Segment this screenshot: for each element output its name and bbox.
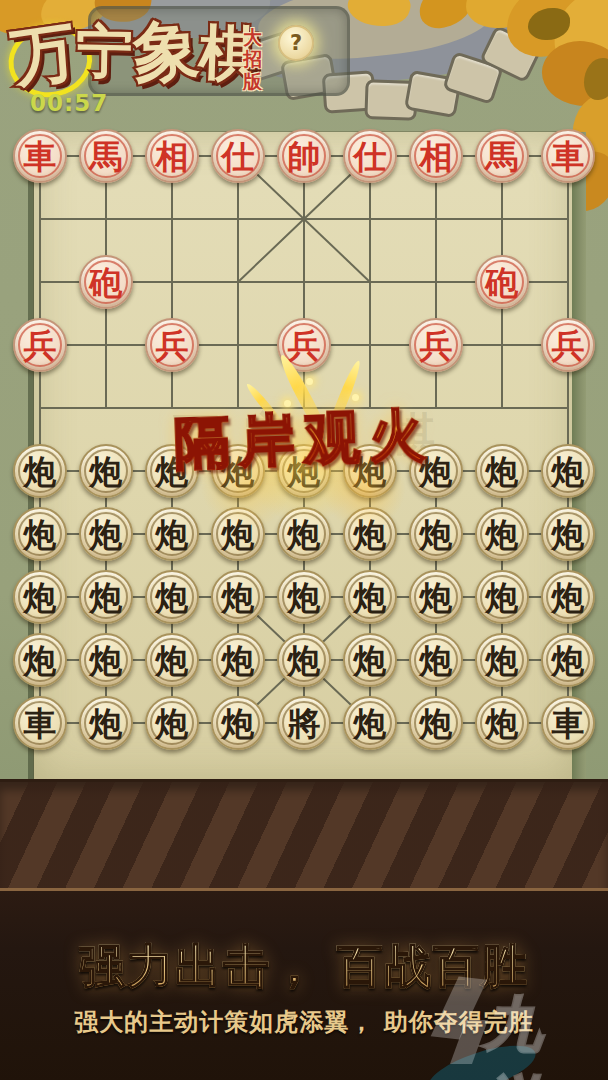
piece-black[interactable]: 炮 bbox=[277, 507, 331, 561]
piece-glyph: 相 bbox=[156, 140, 189, 173]
piece-black[interactable]: 炮 bbox=[541, 633, 595, 687]
piece-glyph: 炮 bbox=[486, 518, 519, 551]
piece-glyph: 炮 bbox=[222, 518, 255, 551]
piece-black[interactable]: 車 bbox=[13, 696, 67, 750]
piece-glyph: 將 bbox=[288, 707, 321, 740]
piece-glyph: 炮 bbox=[288, 644, 321, 677]
piece-glyph: 馬 bbox=[90, 140, 123, 173]
piece-glyph: 炮 bbox=[288, 518, 321, 551]
piece-glyph: 炮 bbox=[420, 644, 453, 677]
piece-glyph: 兵 bbox=[420, 329, 453, 362]
edition-label: 大 招 版 bbox=[243, 27, 262, 92]
piece-black[interactable]: 炮 bbox=[343, 696, 397, 750]
piece-black[interactable]: 炮 bbox=[211, 633, 265, 687]
piece-black[interactable]: 炮 bbox=[277, 570, 331, 624]
piece-black[interactable]: 炮 bbox=[211, 696, 265, 750]
piece-glyph: 砲 bbox=[90, 266, 123, 299]
piece-glyph: 炮 bbox=[486, 581, 519, 614]
piece-black[interactable]: 炮 bbox=[145, 633, 199, 687]
piece-glyph: 車 bbox=[552, 140, 585, 173]
piece-glyph: 炮 bbox=[354, 644, 387, 677]
help-button[interactable]: ? bbox=[278, 25, 314, 61]
piece-glyph: 砲 bbox=[486, 266, 519, 299]
piece-glyph: 炮 bbox=[90, 707, 123, 740]
piece-black[interactable]: 炮 bbox=[79, 696, 133, 750]
piece-glyph: 炮 bbox=[420, 707, 453, 740]
piece-black[interactable]: 炮 bbox=[409, 633, 463, 687]
piece-black[interactable]: 炮 bbox=[211, 507, 265, 561]
piece-glyph: 炮 bbox=[156, 581, 189, 614]
edition-char: 版 bbox=[243, 71, 262, 92]
piece-black[interactable]: 炮 bbox=[343, 570, 397, 624]
piece-glyph: 兵 bbox=[552, 329, 585, 362]
piece-black[interactable]: 炮 bbox=[475, 507, 529, 561]
piece-glyph: 炮 bbox=[552, 644, 585, 677]
piece-glyph: 炮 bbox=[486, 707, 519, 740]
piece-black[interactable]: 炮 bbox=[541, 570, 595, 624]
piece-glyph: 仕 bbox=[222, 140, 255, 173]
piece-red[interactable]: 車 bbox=[541, 129, 595, 183]
piece-black[interactable]: 炮 bbox=[145, 570, 199, 624]
piece-glyph: 炮 bbox=[354, 518, 387, 551]
piece-glyph: 炮 bbox=[156, 518, 189, 551]
table-edge bbox=[0, 779, 608, 894]
piece-glyph: 兵 bbox=[288, 329, 321, 362]
piece-black[interactable]: 炮 bbox=[13, 633, 67, 687]
piece-glyph: 炮 bbox=[222, 581, 255, 614]
piece-glyph: 兵 bbox=[24, 329, 57, 362]
piece-glyph: 炮 bbox=[24, 518, 57, 551]
piece-glyph: 炮 bbox=[156, 644, 189, 677]
piece-glyph: 炮 bbox=[552, 581, 585, 614]
edition-char: 招 bbox=[243, 49, 262, 70]
piece-glyph: 炮 bbox=[420, 518, 453, 551]
piece-red[interactable]: 車 bbox=[13, 129, 67, 183]
piece-red[interactable]: 仕 bbox=[343, 129, 397, 183]
piece-black[interactable]: 炮 bbox=[79, 633, 133, 687]
piece-glyph: 炮 bbox=[288, 581, 321, 614]
piece-glyph: 兵 bbox=[156, 329, 189, 362]
piece-red[interactable]: 砲 bbox=[79, 255, 133, 309]
title-char: 象 bbox=[130, 5, 202, 99]
piece-red[interactable]: 相 bbox=[409, 129, 463, 183]
piece-glyph: 炮 bbox=[354, 707, 387, 740]
piece-red[interactable]: 仕 bbox=[211, 129, 265, 183]
piece-red[interactable]: 馬 bbox=[79, 129, 133, 183]
piece-glyph: 馬 bbox=[486, 140, 519, 173]
piece-black[interactable]: 炮 bbox=[409, 696, 463, 750]
piece-black[interactable]: 炮 bbox=[79, 570, 133, 624]
piece-black[interactable]: 炮 bbox=[475, 696, 529, 750]
edition-char: 大 bbox=[243, 27, 262, 48]
piece-glyph: 炮 bbox=[486, 644, 519, 677]
piece-black[interactable]: 炮 bbox=[13, 507, 67, 561]
title-char: 万 bbox=[6, 7, 81, 102]
piece-black[interactable]: 炮 bbox=[79, 507, 133, 561]
piece-black[interactable]: 炮 bbox=[145, 696, 199, 750]
piece-glyph: 車 bbox=[552, 707, 585, 740]
piece-glyph: 炮 bbox=[354, 581, 387, 614]
piece-glyph: 炮 bbox=[552, 518, 585, 551]
piece-glyph: 炮 bbox=[90, 581, 123, 614]
brand-name: 九游 bbox=[484, 986, 600, 1080]
piece-black[interactable]: 炮 bbox=[343, 507, 397, 561]
piece-black[interactable]: 將 bbox=[277, 696, 331, 750]
piece-black[interactable]: 炮 bbox=[13, 570, 67, 624]
piece-black[interactable]: 炮 bbox=[409, 570, 463, 624]
piece-glyph: 炮 bbox=[222, 707, 255, 740]
piece-red[interactable]: 帥 bbox=[277, 129, 331, 183]
piece-glyph: 炮 bbox=[90, 518, 123, 551]
piece-black[interactable]: 炮 bbox=[475, 570, 529, 624]
piece-black[interactable]: 炮 bbox=[541, 507, 595, 561]
countdown-timer: 00:57 bbox=[30, 90, 108, 116]
piece-glyph: 仕 bbox=[354, 140, 387, 173]
piece-black[interactable]: 炮 bbox=[475, 633, 529, 687]
piece-black[interactable]: 炮 bbox=[409, 507, 463, 561]
piece-glyph: 炮 bbox=[24, 644, 57, 677]
piece-red[interactable]: 馬 bbox=[475, 129, 529, 183]
piece-red[interactable]: 兵 bbox=[145, 318, 199, 372]
piece-glyph: 相 bbox=[420, 140, 453, 173]
title-char: 宁 bbox=[76, 14, 134, 92]
piece-red[interactable]: 兵 bbox=[277, 318, 331, 372]
piece-glyph: 車 bbox=[24, 707, 57, 740]
piece-black[interactable]: 炮 bbox=[211, 570, 265, 624]
piece-glyph: 炮 bbox=[156, 707, 189, 740]
piece-black[interactable]: 炮 bbox=[343, 633, 397, 687]
game-title: 万宁象棋 bbox=[11, 2, 261, 101]
piece-black[interactable]: 車 bbox=[541, 696, 595, 750]
piece-glyph: 炮 bbox=[420, 581, 453, 614]
piece-red[interactable]: 砲 bbox=[475, 255, 529, 309]
piece-black[interactable]: 炮 bbox=[145, 507, 199, 561]
app-screen: 万宁象棋 大 招 版 00:57 ? 万宁象棋 車馬相仕帥仕相馬車砲砲兵兵兵兵兵… bbox=[0, 0, 608, 1080]
piece-red[interactable]: 兵 bbox=[13, 318, 67, 372]
piece-glyph: 車 bbox=[24, 140, 57, 173]
piece-glyph: 炮 bbox=[24, 581, 57, 614]
piece-red[interactable]: 相 bbox=[145, 129, 199, 183]
piece-glyph: 炮 bbox=[90, 644, 123, 677]
piece-black[interactable]: 炮 bbox=[277, 633, 331, 687]
piece-red[interactable]: 兵 bbox=[541, 318, 595, 372]
brand-watermark: 九游 bbox=[428, 972, 600, 1076]
piece-glyph: 炮 bbox=[222, 644, 255, 677]
piece-glyph: 帥 bbox=[288, 140, 321, 173]
piece-red[interactable]: 兵 bbox=[409, 318, 463, 372]
